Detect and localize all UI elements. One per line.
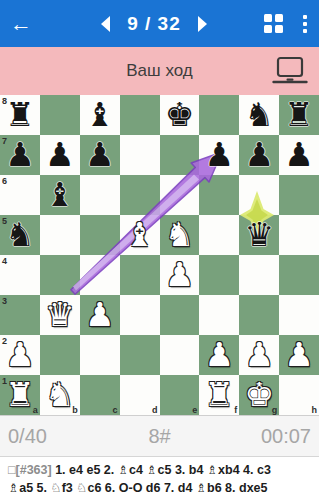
square-e7[interactable]: [160, 135, 200, 175]
square-b8[interactable]: [40, 95, 80, 135]
grid-view-icon[interactable]: [264, 14, 283, 33]
square-c8[interactable]: [80, 95, 120, 135]
square-b3[interactable]: [40, 295, 80, 335]
square-g2[interactable]: [239, 335, 279, 375]
square-d1[interactable]: d: [120, 375, 160, 415]
computer-play-icon[interactable]: [271, 56, 309, 86]
square-h7[interactable]: [279, 135, 319, 175]
square-e6[interactable]: [160, 175, 200, 215]
top-bar-actions: [264, 13, 309, 35]
file-label-d: d: [152, 405, 158, 415]
square-d4[interactable]: [120, 255, 160, 295]
score-counter: 0/40: [8, 425, 98, 448]
file-label-b: b: [72, 405, 78, 415]
file-label-c: c: [113, 405, 118, 415]
square-f3[interactable]: [199, 295, 239, 335]
square-c1[interactable]: c: [80, 375, 120, 415]
square-b5[interactable]: [40, 215, 80, 255]
square-f2[interactable]: [199, 335, 239, 375]
elapsed-timer: 00:07: [221, 425, 311, 448]
square-d7[interactable]: [120, 135, 160, 175]
square-d3[interactable]: [120, 295, 160, 335]
square-a8[interactable]: 8: [0, 95, 40, 135]
rank-label-1: 1: [2, 376, 7, 386]
square-f1[interactable]: f: [199, 375, 239, 415]
square-e2[interactable]: [160, 335, 200, 375]
square-c4[interactable]: [80, 255, 120, 295]
overflow-menu-icon[interactable]: [301, 13, 309, 35]
square-c2[interactable]: [80, 335, 120, 375]
square-g6[interactable]: [239, 175, 279, 215]
square-b7[interactable]: [40, 135, 80, 175]
previous-puzzle-icon[interactable]: [97, 15, 113, 33]
rank-label-7: 7: [2, 136, 7, 146]
square-f6[interactable]: [199, 175, 239, 215]
square-d6[interactable]: [120, 175, 160, 215]
square-h1[interactable]: h: [279, 375, 319, 415]
square-d2[interactable]: [120, 335, 160, 375]
square-f5[interactable]: [199, 215, 239, 255]
square-b2[interactable]: [40, 335, 80, 375]
square-a6[interactable]: 6: [0, 175, 40, 215]
square-a3[interactable]: 3: [0, 295, 40, 335]
square-c7[interactable]: [80, 135, 120, 175]
rank-label-8: 8: [2, 96, 7, 106]
square-g3[interactable]: [239, 295, 279, 335]
file-label-g: g: [272, 405, 278, 415]
square-h8[interactable]: [279, 95, 319, 135]
square-c6[interactable]: [80, 175, 120, 215]
square-a7[interactable]: 7: [0, 135, 40, 175]
square-h3[interactable]: [279, 295, 319, 335]
moves-line-1: 1. e4 e5 2. ♗c4 ♗c5 3. b4 ♗xb4 4. c3: [55, 463, 271, 477]
file-label-f: f: [234, 405, 237, 415]
status-bar: Ваш ход: [0, 47, 319, 95]
square-e5[interactable]: [160, 215, 200, 255]
square-g1[interactable]: g: [239, 375, 279, 415]
square-b6[interactable]: [40, 175, 80, 215]
move-list[interactable]: □[#363] 1. e4 e5 2. ♗c4 ♗c5 3. b4 ♗xb4 4…: [0, 457, 319, 500]
square-h4[interactable]: [279, 255, 319, 295]
square-f8[interactable]: [199, 95, 239, 135]
square-a5[interactable]: 5: [0, 215, 40, 255]
square-e8[interactable]: [160, 95, 200, 135]
square-h5[interactable]: [279, 215, 319, 255]
file-label-e: e: [192, 405, 197, 415]
square-f4[interactable]: [199, 255, 239, 295]
square-h6[interactable]: [279, 175, 319, 215]
rank-label-5: 5: [2, 216, 7, 226]
file-label-a: a: [33, 405, 38, 415]
square-h2[interactable]: [279, 335, 319, 375]
chess-board: 87654321abcdefgh ♜♝♚♞♜♟♟♟♟♟♟♝♞♝♞♛♟♛♟♟♟♟♟…: [0, 95, 319, 415]
square-g7[interactable]: [239, 135, 279, 175]
square-e4[interactable]: [160, 255, 200, 295]
square-f7[interactable]: [199, 135, 239, 175]
puzzle-pager: 9 / 32: [44, 13, 264, 35]
rank-label-2: 2: [2, 336, 7, 346]
square-e3[interactable]: [160, 295, 200, 335]
square-c5[interactable]: [80, 215, 120, 255]
square-e1[interactable]: e: [160, 375, 200, 415]
puzzle-counter: 9 / 32: [127, 13, 181, 35]
square-g5[interactable]: [239, 215, 279, 255]
square-b1[interactable]: b: [40, 375, 80, 415]
chess-trainer-app: ← 9 / 32 Ваш ход 876543: [0, 0, 319, 500]
square-d5[interactable]: [120, 215, 160, 255]
square-a2[interactable]: 2: [0, 335, 40, 375]
top-bar: ← 9 / 32: [0, 0, 319, 47]
square-d8[interactable]: [120, 95, 160, 135]
puzzle-id: □[#363]: [8, 463, 52, 477]
next-puzzle-icon[interactable]: [195, 15, 211, 33]
square-c3[interactable]: [80, 295, 120, 335]
square-a1[interactable]: 1a: [0, 375, 40, 415]
rank-label-6: 6: [2, 176, 7, 186]
square-b4[interactable]: [40, 255, 80, 295]
moves-line-2: ♗a5 5. ♘f3 ♘c6 6. O-O d6 7. d4 ♗b6 8. dx…: [8, 479, 311, 497]
square-a4[interactable]: 4: [0, 255, 40, 295]
rank-label-4: 4: [2, 256, 7, 266]
square-g4[interactable]: [239, 255, 279, 295]
back-button[interactable]: ←: [10, 11, 44, 37]
mate-task-label: 8#: [98, 425, 221, 448]
rank-label-3: 3: [2, 296, 7, 306]
square-g8[interactable]: [239, 95, 279, 135]
stats-bar: 0/40 8# 00:07: [0, 415, 319, 457]
file-label-h: h: [312, 405, 318, 415]
